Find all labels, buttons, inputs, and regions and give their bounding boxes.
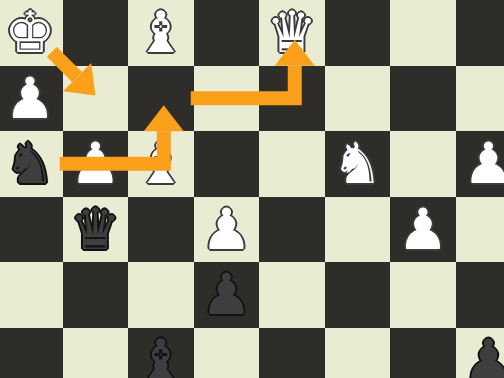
chess-board-viewport: ♚♝♛♟♞♟♝♞♟♛♟♟♟♝♟ xyxy=(0,0,504,378)
square-d7[interactable] xyxy=(194,66,260,132)
black-pawn-h3[interactable]: ♟ xyxy=(456,328,504,378)
white-king-a8[interactable]: ♚ xyxy=(0,0,63,66)
square-f3[interactable] xyxy=(325,328,391,378)
white-pawn-d5[interactable]: ♟ xyxy=(194,197,260,263)
square-h5[interactable] xyxy=(456,197,504,263)
white-knight-f6[interactable]: ♞ xyxy=(325,131,391,197)
square-c4[interactable] xyxy=(128,262,194,328)
white-queen-e8[interactable]: ♛ xyxy=(259,0,325,66)
square-e3[interactable] xyxy=(259,328,325,378)
square-f7[interactable] xyxy=(325,66,391,132)
square-g7[interactable] xyxy=(390,66,456,132)
square-b8[interactable] xyxy=(63,0,129,66)
white-pawn-b6[interactable]: ♟ xyxy=(63,131,129,197)
square-d6[interactable] xyxy=(194,131,260,197)
square-h8[interactable] xyxy=(456,0,504,66)
square-f8[interactable] xyxy=(325,0,391,66)
black-knight-a6[interactable]: ♞ xyxy=(0,131,63,197)
square-h7[interactable] xyxy=(456,66,504,132)
white-pawn-h6[interactable]: ♟ xyxy=(456,131,504,197)
square-e7[interactable] xyxy=(259,66,325,132)
square-c7[interactable] xyxy=(128,66,194,132)
square-d8[interactable] xyxy=(194,0,260,66)
square-e6[interactable] xyxy=(259,131,325,197)
square-d3[interactable] xyxy=(194,328,260,378)
chess-board[interactable]: ♚♝♛♟♞♟♝♞♟♛♟♟♟♝♟ xyxy=(0,0,504,378)
square-g6[interactable] xyxy=(390,131,456,197)
square-f4[interactable] xyxy=(325,262,391,328)
black-bishop-c3[interactable]: ♝ xyxy=(128,328,194,378)
square-b4[interactable] xyxy=(63,262,129,328)
square-a4[interactable] xyxy=(0,262,63,328)
white-pawn-a7[interactable]: ♟ xyxy=(0,66,63,132)
square-g4[interactable] xyxy=(390,262,456,328)
white-bishop-c6[interactable]: ♝ xyxy=(128,131,194,197)
black-pawn-d4[interactable]: ♟ xyxy=(194,262,260,328)
square-g3[interactable] xyxy=(390,328,456,378)
square-b3[interactable] xyxy=(63,328,129,378)
black-queen-b5[interactable]: ♛ xyxy=(63,197,129,263)
square-e4[interactable] xyxy=(259,262,325,328)
square-a3[interactable] xyxy=(0,328,63,378)
white-bishop-c8[interactable]: ♝ xyxy=(128,0,194,66)
square-b7[interactable] xyxy=(63,66,129,132)
square-a5[interactable] xyxy=(0,197,63,263)
square-g8[interactable] xyxy=(390,0,456,66)
square-f5[interactable] xyxy=(325,197,391,263)
square-h4[interactable] xyxy=(456,262,504,328)
white-pawn-g5[interactable]: ♟ xyxy=(390,197,456,263)
square-c5[interactable] xyxy=(128,197,194,263)
square-e5[interactable] xyxy=(259,197,325,263)
